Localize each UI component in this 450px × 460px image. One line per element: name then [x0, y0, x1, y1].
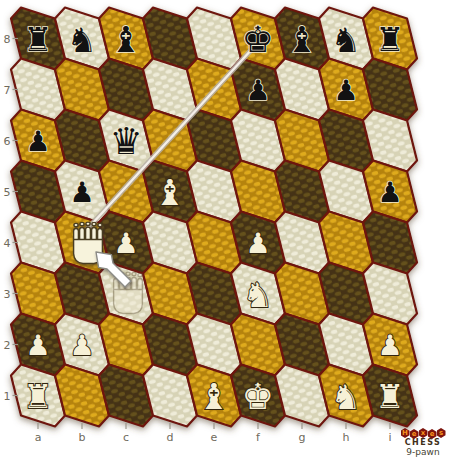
black-rook-a8[interactable]: ♜	[23, 20, 53, 59]
file-label-c: c	[123, 431, 129, 444]
black-knight-b8[interactable]: ♞	[67, 20, 97, 60]
file-label-b: b	[79, 431, 86, 444]
rank-label-6: 6	[4, 135, 11, 148]
logo-chip-letter: x	[419, 428, 428, 438]
file-label-i: i	[388, 431, 391, 444]
black-pawn-h7[interactable]: ♟	[333, 74, 358, 107]
black-knight-h8[interactable]: ♞	[331, 20, 361, 60]
black-queen-c6[interactable]: ♛	[109, 120, 142, 163]
file-label-e: e	[211, 431, 218, 444]
white-pawn-f4[interactable]: ♟	[245, 227, 270, 260]
rank-label-3: 3	[4, 288, 11, 301]
white-pawn-a2[interactable]: ♟	[25, 329, 50, 362]
white-knight-h1[interactable]: ♞	[331, 377, 361, 417]
file-label-g: g	[299, 431, 306, 444]
white-rook-a1[interactable]: ♜	[23, 377, 53, 416]
hex-chess-board: ♜♞♝♚♝♞♜♟♟♟♛♟♝♟♟♟♞♟♟♟♜♝♚♞♜ 87654321abcdef…	[0, 0, 450, 460]
rank-label-2: 2	[4, 339, 11, 352]
white-rook-i1[interactable]: ♜	[375, 377, 405, 416]
black-pawn-i5[interactable]: ♟	[377, 176, 402, 209]
hex-grid	[11, 8, 417, 427]
white-pawn-c4[interactable]: ♟	[113, 227, 138, 260]
file-label-d: d	[167, 431, 174, 444]
rank-label-8: 8	[4, 33, 11, 46]
black-pawn-b5[interactable]: ♟	[69, 176, 94, 209]
black-pawn-f7[interactable]: ♟	[245, 74, 270, 107]
black-pawn-a6[interactable]: ♟	[25, 125, 50, 158]
white-pawn-i2[interactable]: ♟	[377, 329, 402, 362]
hexes-chess-board-screenshot: ♜♞♝♚♝♞♜♟♟♟♛♟♝♟♟♟♞♟♟♟♜♝♚♞♜ 87654321abcdef…	[0, 0, 450, 460]
black-king-f8[interactable]: ♚	[242, 19, 274, 60]
white-bishop-d5[interactable]: ♝	[154, 172, 186, 213]
logo-chess-text: CHESS	[399, 439, 447, 447]
logo-variant-text: 9-pawn	[399, 448, 447, 457]
white-bishop-e1[interactable]: ♝	[198, 376, 230, 417]
black-bishop-g8[interactable]: ♝	[286, 19, 318, 60]
rank-label-4: 4	[4, 237, 11, 250]
white-king-f1[interactable]: ♚	[242, 376, 274, 417]
white-knight-f3[interactable]: ♞	[243, 275, 273, 315]
file-label-a: a	[35, 431, 42, 444]
black-rook-i8[interactable]: ♜	[375, 20, 405, 59]
white-pawn-b2[interactable]: ♟	[69, 329, 94, 362]
black-bishop-c8[interactable]: ♝	[110, 19, 142, 60]
rank-label-5: 5	[4, 186, 11, 199]
logo-chip-letter: s	[437, 428, 446, 438]
rank-label-1: 1	[4, 390, 11, 403]
rank-label-7: 7	[4, 84, 11, 97]
file-label-h: h	[343, 431, 350, 444]
file-label-f: f	[256, 431, 261, 444]
logo-chip-letter: H	[401, 428, 410, 438]
hexes-chess-logo: Hexes CHESS 9-pawn	[399, 428, 447, 457]
